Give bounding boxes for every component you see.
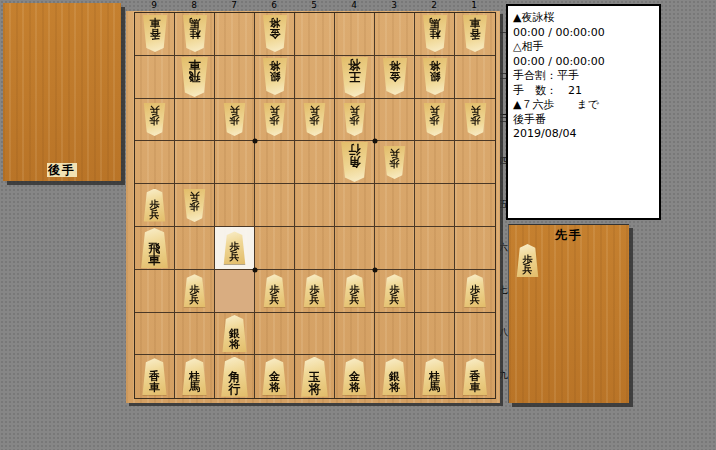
board-grid[interactable]: 香車桂馬金将桂馬香車飛車銀将王将金将銀将歩兵歩兵歩兵歩兵歩兵歩兵歩兵角行歩兵歩兵… bbox=[134, 12, 496, 399]
sente-piece-歩兵[interactable]: 歩兵 bbox=[222, 231, 247, 264]
square-74[interactable] bbox=[215, 141, 255, 184]
sente-piece-桂馬[interactable]: 桂馬 bbox=[421, 358, 449, 395]
gote-piece-飛車[interactable]: 飛車 bbox=[179, 57, 210, 97]
square-12[interactable] bbox=[455, 56, 495, 99]
square-43[interactable]: 歩兵 bbox=[335, 99, 375, 142]
square-24[interactable] bbox=[415, 141, 455, 184]
file-label: 4 bbox=[334, 0, 374, 11]
square-16[interactable] bbox=[455, 227, 495, 270]
sente-piece-歩兵[interactable]: 歩兵 bbox=[302, 274, 327, 307]
square-55[interactable] bbox=[295, 184, 335, 227]
square-67[interactable]: 歩兵 bbox=[255, 270, 295, 313]
square-91[interactable]: 香車 bbox=[135, 13, 175, 56]
square-94[interactable] bbox=[135, 141, 175, 184]
sente-hand-pieces: 歩兵 bbox=[515, 244, 540, 277]
gote-piece-歩兵[interactable]: 歩兵 bbox=[182, 189, 207, 222]
square-35[interactable] bbox=[375, 184, 415, 227]
square-62[interactable]: 銀将 bbox=[255, 56, 295, 99]
hoshi-dot bbox=[253, 267, 258, 272]
square-68[interactable] bbox=[255, 313, 295, 356]
gote-piece-歩兵[interactable]: 歩兵 bbox=[463, 103, 488, 136]
square-33[interactable] bbox=[375, 99, 415, 142]
sente-piece-歩兵[interactable]: 歩兵 bbox=[342, 274, 367, 307]
square-84[interactable] bbox=[175, 141, 215, 184]
sente-piece-銀将[interactable]: 銀将 bbox=[221, 315, 249, 352]
gote-piece-歩兵[interactable]: 歩兵 bbox=[142, 103, 167, 136]
square-73[interactable]: 歩兵 bbox=[215, 99, 255, 142]
game-date: 2019/08/04 bbox=[513, 127, 659, 142]
gote-piece-銀将[interactable]: 銀将 bbox=[421, 58, 449, 95]
square-48[interactable] bbox=[335, 313, 375, 356]
square-28[interactable] bbox=[415, 313, 455, 356]
square-83[interactable] bbox=[175, 99, 215, 142]
square-29[interactable]: 桂馬 bbox=[415, 355, 455, 398]
square-58[interactable] bbox=[295, 313, 335, 356]
square-22[interactable]: 銀将 bbox=[415, 56, 455, 99]
gote-piece-金将[interactable]: 金将 bbox=[381, 58, 409, 95]
sente-clock: 00:00 / 00:00:00 bbox=[513, 26, 659, 41]
square-15[interactable] bbox=[455, 184, 495, 227]
file-label: 2 bbox=[414, 0, 454, 11]
handicap-label: 手合割：平手 bbox=[513, 69, 659, 84]
square-89[interactable]: 桂馬 bbox=[175, 355, 215, 398]
sente-piece-玉将[interactable]: 玉将 bbox=[299, 357, 330, 397]
square-59[interactable]: 玉将 bbox=[295, 355, 335, 398]
square-23[interactable]: 歩兵 bbox=[415, 99, 455, 142]
square-78[interactable]: 銀将 bbox=[215, 313, 255, 356]
gote-piece-桂馬[interactable]: 桂馬 bbox=[181, 15, 209, 52]
gote-hand-tray[interactable]: 後手 bbox=[3, 3, 121, 181]
square-49[interactable]: 金将 bbox=[335, 355, 375, 398]
square-65[interactable] bbox=[255, 184, 295, 227]
square-79[interactable]: 角行 bbox=[215, 355, 255, 398]
shogi-board: 香車桂馬金将桂馬香車飛車銀将王将金将銀将歩兵歩兵歩兵歩兵歩兵歩兵歩兵角行歩兵歩兵… bbox=[126, 11, 500, 403]
file-label: 7 bbox=[214, 0, 254, 11]
move-count-label: 手 数： 21 bbox=[513, 84, 659, 99]
square-53[interactable]: 歩兵 bbox=[295, 99, 335, 142]
gote-piece-歩兵[interactable]: 歩兵 bbox=[222, 103, 247, 136]
file-label: 5 bbox=[294, 0, 334, 11]
square-13[interactable]: 歩兵 bbox=[455, 99, 495, 142]
square-45[interactable] bbox=[335, 184, 375, 227]
square-87[interactable]: 歩兵 bbox=[175, 270, 215, 313]
gote-tray-label: 後手 bbox=[3, 162, 121, 179]
square-31[interactable] bbox=[375, 13, 415, 56]
square-85[interactable]: 歩兵 bbox=[175, 184, 215, 227]
sente-tray-label: 先手 bbox=[509, 227, 629, 244]
file-label: 6 bbox=[254, 0, 294, 11]
square-69[interactable]: 金将 bbox=[255, 355, 295, 398]
square-27[interactable] bbox=[415, 270, 455, 313]
square-26[interactable] bbox=[415, 227, 455, 270]
square-52[interactable] bbox=[295, 56, 335, 99]
file-label: 9 bbox=[134, 0, 174, 11]
square-96[interactable]: 飛車 bbox=[135, 227, 175, 270]
gote-piece-銀将[interactable]: 銀将 bbox=[261, 58, 289, 95]
sente-piece-桂馬[interactable]: 桂馬 bbox=[181, 358, 209, 395]
turn-label: 後手番 bbox=[513, 113, 659, 128]
last-move-label: ▲７六歩 まで bbox=[513, 98, 659, 113]
square-41[interactable] bbox=[335, 13, 375, 56]
sente-piece-歩兵[interactable]: 歩兵 bbox=[142, 189, 167, 222]
sente-piece-歩兵[interactable]: 歩兵 bbox=[463, 274, 488, 307]
hoshi-dot bbox=[373, 139, 378, 144]
square-66[interactable] bbox=[255, 227, 295, 270]
file-label: 8 bbox=[174, 0, 214, 11]
sente-piece-歩兵[interactable]: 歩兵 bbox=[182, 274, 207, 307]
gote-piece-王将[interactable]: 王将 bbox=[339, 57, 370, 97]
square-57[interactable]: 歩兵 bbox=[295, 270, 335, 313]
square-18[interactable] bbox=[455, 313, 495, 356]
gote-piece-桂馬[interactable]: 桂馬 bbox=[421, 15, 449, 52]
hoshi-dot bbox=[253, 139, 258, 144]
square-54[interactable] bbox=[295, 141, 335, 184]
gote-piece-金将[interactable]: 金将 bbox=[261, 15, 289, 52]
hoshi-dot bbox=[373, 267, 378, 272]
square-51[interactable] bbox=[295, 13, 335, 56]
sente-piece-香車[interactable]: 香車 bbox=[461, 358, 489, 395]
sente-piece-香車[interactable]: 香車 bbox=[141, 358, 169, 395]
square-71[interactable] bbox=[215, 13, 255, 56]
gote-clock: 00:00 / 00:00:00 bbox=[513, 55, 659, 70]
square-76[interactable]: 歩兵 bbox=[215, 227, 255, 270]
square-92[interactable] bbox=[135, 56, 175, 99]
square-36[interactable] bbox=[375, 227, 415, 270]
gote-piece-歩兵[interactable]: 歩兵 bbox=[382, 146, 407, 179]
square-72[interactable] bbox=[215, 56, 255, 99]
gote-player-name: △相手 bbox=[513, 40, 659, 55]
gote-piece-香車[interactable]: 香車 bbox=[461, 15, 489, 52]
square-82[interactable]: 飛車 bbox=[175, 56, 215, 99]
square-17[interactable]: 歩兵 bbox=[455, 270, 495, 313]
sente-piece-金将[interactable]: 金将 bbox=[261, 358, 289, 395]
square-25[interactable] bbox=[415, 184, 455, 227]
square-98[interactable] bbox=[135, 313, 175, 356]
sente-player-name: ▲夜詠桜 bbox=[513, 11, 659, 26]
sente-piece-角行[interactable]: 角行 bbox=[219, 357, 250, 397]
square-61[interactable]: 金将 bbox=[255, 13, 295, 56]
square-63[interactable]: 歩兵 bbox=[255, 99, 295, 142]
sente-piece-歩兵[interactable]: 歩兵 bbox=[262, 274, 287, 307]
square-95[interactable]: 歩兵 bbox=[135, 184, 175, 227]
square-97[interactable] bbox=[135, 270, 175, 313]
square-37[interactable]: 歩兵 bbox=[375, 270, 415, 313]
square-42[interactable]: 王将 bbox=[335, 56, 375, 99]
square-38[interactable] bbox=[375, 313, 415, 356]
square-86[interactable] bbox=[175, 227, 215, 270]
square-39[interactable]: 銀将 bbox=[375, 355, 415, 398]
square-99[interactable]: 香車 bbox=[135, 355, 175, 398]
square-14[interactable] bbox=[455, 141, 495, 184]
gote-piece-歩兵[interactable]: 歩兵 bbox=[422, 103, 447, 136]
info-panel: ▲夜詠桜 00:00 / 00:00:00 △相手 00:00 / 00:00:… bbox=[506, 4, 661, 220]
square-64[interactable] bbox=[255, 141, 295, 184]
square-21[interactable]: 桂馬 bbox=[415, 13, 455, 56]
square-11[interactable]: 香車 bbox=[455, 13, 495, 56]
sente-piece-歩兵[interactable]: 歩兵 bbox=[515, 244, 540, 277]
gote-piece-歩兵[interactable]: 歩兵 bbox=[302, 103, 327, 136]
square-56[interactable] bbox=[295, 227, 335, 270]
square-44[interactable]: 角行 bbox=[335, 141, 375, 184]
square-47[interactable]: 歩兵 bbox=[335, 270, 375, 313]
gote-piece-香車[interactable]: 香車 bbox=[141, 15, 169, 52]
square-75[interactable] bbox=[215, 184, 255, 227]
sente-piece-飛車[interactable]: 飛車 bbox=[139, 228, 170, 268]
square-19[interactable]: 香車 bbox=[455, 355, 495, 398]
gote-piece-歩兵[interactable]: 歩兵 bbox=[262, 103, 287, 136]
square-93[interactable]: 歩兵 bbox=[135, 99, 175, 142]
square-34[interactable]: 歩兵 bbox=[375, 141, 415, 184]
square-88[interactable] bbox=[175, 313, 215, 356]
sente-piece-金将[interactable]: 金将 bbox=[341, 358, 369, 395]
file-label: 3 bbox=[374, 0, 414, 11]
square-46[interactable] bbox=[335, 227, 375, 270]
square-32[interactable]: 金将 bbox=[375, 56, 415, 99]
square-77[interactable] bbox=[215, 270, 255, 313]
sente-hand-tray[interactable]: 先手 歩兵 bbox=[508, 224, 629, 403]
gote-piece-歩兵[interactable]: 歩兵 bbox=[342, 103, 367, 136]
sente-piece-銀将[interactable]: 銀将 bbox=[381, 358, 409, 395]
sente-piece-歩兵[interactable]: 歩兵 bbox=[382, 274, 407, 307]
square-81[interactable]: 桂馬 bbox=[175, 13, 215, 56]
gote-piece-角行[interactable]: 角行 bbox=[339, 142, 370, 182]
file-label: 1 bbox=[454, 0, 494, 11]
file-labels: 987654321 bbox=[134, 0, 494, 11]
